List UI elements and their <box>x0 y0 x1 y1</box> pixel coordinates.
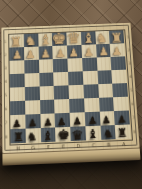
board-face: ♜♞♝♚♛♝♞♜♟♟♟♟♟♟♟♟♟♟♟♟♟♟♟♟♜♞♝♚♛♝♞♜ HGFEDCB… <box>1 23 139 153</box>
square[interactable] <box>66 32 81 45</box>
rank-label: 1 <box>126 34 129 39</box>
square[interactable] <box>24 60 39 74</box>
square[interactable] <box>54 85 69 99</box>
rank-label: 5 <box>130 87 133 92</box>
square[interactable] <box>98 84 113 98</box>
rank-label: 7 <box>5 120 8 125</box>
square[interactable] <box>82 71 97 85</box>
square[interactable] <box>55 113 70 128</box>
square[interactable] <box>38 59 53 73</box>
chess-board-photo: ♜♞♝♚♛♝♞♜♟♟♟♟♟♟♟♟♟♟♟♟♟♟♟♟♜♞♝♚♛♝♞♜ HGFEDCB… <box>0 0 142 189</box>
rank-label: 6 <box>5 106 8 111</box>
square[interactable] <box>98 97 114 111</box>
rank-label: 2 <box>127 47 130 52</box>
rank-label: 6 <box>131 101 134 106</box>
square[interactable] <box>53 59 68 73</box>
square[interactable] <box>68 71 83 85</box>
square[interactable] <box>24 47 39 61</box>
file-label: C <box>92 142 96 148</box>
square[interactable] <box>84 98 99 112</box>
rank-label: 4 <box>4 79 7 84</box>
square[interactable] <box>40 113 55 128</box>
square[interactable] <box>112 70 127 84</box>
square[interactable] <box>111 56 126 70</box>
file-label: A <box>122 141 126 147</box>
file-label: B <box>107 142 111 148</box>
square[interactable] <box>40 127 55 142</box>
file-label: E <box>62 143 65 149</box>
square[interactable] <box>67 45 82 59</box>
square[interactable] <box>40 100 55 114</box>
square[interactable] <box>67 58 82 72</box>
square[interactable] <box>9 60 24 74</box>
rank-label: 8 <box>133 129 136 134</box>
chess-board: ♜♞♝♚♛♝♞♜♟♟♟♟♟♟♟♟♟♟♟♟♟♟♟♟♜♞♝♚♛♝♞♜ HGFEDCB… <box>1 23 140 166</box>
square[interactable] <box>25 128 40 143</box>
square[interactable] <box>54 99 69 113</box>
square[interactable] <box>110 43 125 57</box>
file-label: H <box>16 145 20 151</box>
square[interactable] <box>55 127 71 142</box>
file-label: D <box>76 143 80 149</box>
square[interactable] <box>39 86 54 100</box>
square[interactable] <box>113 97 129 111</box>
rank-label: 7 <box>132 115 135 120</box>
square[interactable] <box>112 83 128 97</box>
square[interactable] <box>70 126 86 141</box>
square[interactable] <box>10 101 25 115</box>
square[interactable] <box>81 44 96 58</box>
square[interactable] <box>100 125 116 140</box>
rank-label: 3 <box>4 65 7 70</box>
rank-label: 8 <box>5 134 8 139</box>
board-grid <box>9 30 131 143</box>
file-label: F <box>47 144 50 150</box>
square[interactable] <box>38 33 53 47</box>
square[interactable] <box>10 129 25 144</box>
square[interactable] <box>24 73 39 87</box>
rank-label: 2 <box>4 52 7 57</box>
rank-label: 4 <box>129 74 132 79</box>
square[interactable] <box>10 74 25 88</box>
file-label: G <box>31 145 35 151</box>
square[interactable] <box>84 112 100 127</box>
square[interactable] <box>9 34 24 48</box>
square[interactable] <box>82 57 97 71</box>
square[interactable] <box>115 124 131 139</box>
square[interactable] <box>97 70 112 84</box>
square[interactable] <box>53 72 68 86</box>
square[interactable] <box>52 45 67 59</box>
square[interactable] <box>99 111 115 126</box>
square[interactable] <box>10 115 25 130</box>
square[interactable] <box>68 85 83 99</box>
rank-label: 3 <box>128 60 131 65</box>
square[interactable] <box>38 46 53 60</box>
square[interactable] <box>96 44 111 58</box>
square[interactable] <box>25 100 40 114</box>
square[interactable] <box>95 31 110 44</box>
rank-label: 1 <box>4 39 7 44</box>
square[interactable] <box>69 98 84 112</box>
square[interactable] <box>10 87 25 101</box>
square[interactable] <box>24 86 39 100</box>
square[interactable] <box>23 34 38 48</box>
square[interactable] <box>114 110 130 125</box>
square[interactable] <box>25 114 40 129</box>
square[interactable] <box>9 47 24 61</box>
square[interactable] <box>52 33 67 46</box>
square[interactable] <box>81 31 96 44</box>
rank-label: 5 <box>4 92 7 97</box>
square[interactable] <box>39 72 54 86</box>
square[interactable] <box>83 84 98 98</box>
square[interactable] <box>70 112 86 127</box>
square[interactable] <box>109 30 124 43</box>
square[interactable] <box>96 57 111 71</box>
square[interactable] <box>85 126 101 141</box>
